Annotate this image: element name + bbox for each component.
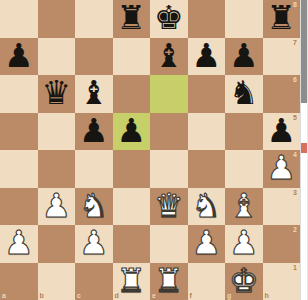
square-g3[interactable]: ♝ xyxy=(225,188,263,226)
square-b2[interactable] xyxy=(38,225,76,263)
piece-white-pawn-a2[interactable]: ♟ xyxy=(4,226,34,259)
piece-black-bishop-e7[interactable]: ♝ xyxy=(154,39,184,72)
square-e6[interactable] xyxy=(150,75,188,113)
square-d1[interactable]: ♜d xyxy=(113,263,151,300)
piece-black-pawn-d5[interactable]: ♟ xyxy=(116,114,146,147)
file-label-f: f xyxy=(190,292,192,299)
square-h3[interactable]: 3 xyxy=(263,188,301,226)
square-c4[interactable] xyxy=(75,150,113,188)
square-f5[interactable] xyxy=(188,113,226,151)
chess-board: ♜♚♜8♟♝♟♟7♛♝♞6♟♟♟5♟4♟♞♛♞♝3♟♟♟♟2abc♜d♜ef♚g… xyxy=(0,0,300,300)
square-e1[interactable]: ♜e xyxy=(150,263,188,300)
square-f8[interactable] xyxy=(188,0,226,38)
square-b6[interactable]: ♛ xyxy=(38,75,76,113)
piece-white-pawn-c2[interactable]: ♟ xyxy=(79,226,109,259)
chess-board-panel: ♜♚♜8♟♝♟♟7♛♝♞6♟♟♟5♟4♟♞♛♞♝3♟♟♟♟2abc♜d♜ef♚g… xyxy=(0,0,308,300)
piece-black-pawn-g7[interactable]: ♟ xyxy=(229,39,259,72)
piece-black-queen-b6[interactable]: ♛ xyxy=(41,76,71,109)
square-b7[interactable] xyxy=(38,38,76,76)
piece-black-pawn-h5[interactable]: ♟ xyxy=(266,114,296,147)
square-h4[interactable]: ♟4 xyxy=(263,150,301,188)
square-g4[interactable] xyxy=(225,150,263,188)
rank-label-5: 5 xyxy=(293,114,297,121)
square-f6[interactable] xyxy=(188,75,226,113)
square-a2[interactable]: ♟ xyxy=(0,225,38,263)
square-e8[interactable]: ♚ xyxy=(150,0,188,38)
scrollbar-red-marker xyxy=(301,143,307,153)
piece-white-pawn-g2[interactable]: ♟ xyxy=(229,226,259,259)
square-a7[interactable]: ♟ xyxy=(0,38,38,76)
square-g6[interactable]: ♞ xyxy=(225,75,263,113)
square-f7[interactable]: ♟ xyxy=(188,38,226,76)
square-g7[interactable]: ♟ xyxy=(225,38,263,76)
square-c3[interactable]: ♞ xyxy=(75,188,113,226)
square-c1[interactable]: c xyxy=(75,263,113,300)
piece-white-rook-e1[interactable]: ♜ xyxy=(154,264,184,297)
square-b4[interactable] xyxy=(38,150,76,188)
piece-black-pawn-f7[interactable]: ♟ xyxy=(191,39,221,72)
square-b1[interactable]: b xyxy=(38,263,76,300)
square-a5[interactable] xyxy=(0,113,38,151)
piece-black-king-e8[interactable]: ♚ xyxy=(154,1,184,34)
piece-white-pawn-b3[interactable]: ♟ xyxy=(41,189,71,222)
rank-label-1: 1 xyxy=(293,264,297,271)
square-c5[interactable]: ♟ xyxy=(75,113,113,151)
square-f1[interactable]: f xyxy=(188,263,226,300)
file-label-h: h xyxy=(265,292,269,299)
square-a1[interactable]: a xyxy=(0,263,38,300)
square-e2[interactable] xyxy=(150,225,188,263)
rank-label-8: 8 xyxy=(293,1,297,8)
square-d8[interactable]: ♜ xyxy=(113,0,151,38)
rank-label-2: 2 xyxy=(293,226,297,233)
square-b3[interactable]: ♟ xyxy=(38,188,76,226)
square-c2[interactable]: ♟ xyxy=(75,225,113,263)
piece-white-pawn-f2[interactable]: ♟ xyxy=(191,226,221,259)
square-h1[interactable]: 1h xyxy=(263,263,301,300)
piece-black-rook-d8[interactable]: ♜ xyxy=(116,1,146,34)
square-h7[interactable]: 7 xyxy=(263,38,301,76)
square-h5[interactable]: ♟5 xyxy=(263,113,301,151)
scrollbar[interactable] xyxy=(300,0,308,300)
square-g2[interactable]: ♟ xyxy=(225,225,263,263)
square-d2[interactable] xyxy=(113,225,151,263)
square-e4[interactable] xyxy=(150,150,188,188)
square-d4[interactable] xyxy=(113,150,151,188)
square-e3[interactable]: ♛ xyxy=(150,188,188,226)
piece-white-bishop-g3[interactable]: ♝ xyxy=(229,189,259,222)
scrollbar-thumb[interactable] xyxy=(301,0,307,103)
square-f4[interactable] xyxy=(188,150,226,188)
square-h6[interactable]: 6 xyxy=(263,75,301,113)
piece-white-pawn-h4[interactable]: ♟ xyxy=(266,151,296,184)
square-g8[interactable] xyxy=(225,0,263,38)
square-c6[interactable]: ♝ xyxy=(75,75,113,113)
piece-black-pawn-c5[interactable]: ♟ xyxy=(79,114,109,147)
piece-white-rook-d1[interactable]: ♜ xyxy=(116,264,146,297)
square-a3[interactable] xyxy=(0,188,38,226)
piece-black-knight-g6[interactable]: ♞ xyxy=(229,76,259,109)
square-h8[interactable]: ♜8 xyxy=(263,0,301,38)
square-b5[interactable] xyxy=(38,113,76,151)
piece-black-pawn-a7[interactable]: ♟ xyxy=(4,39,34,72)
square-d7[interactable] xyxy=(113,38,151,76)
rank-label-3: 3 xyxy=(293,189,297,196)
piece-white-queen-e3[interactable]: ♛ xyxy=(154,189,184,222)
square-d3[interactable] xyxy=(113,188,151,226)
square-d6[interactable] xyxy=(113,75,151,113)
piece-black-bishop-c6[interactable]: ♝ xyxy=(79,76,109,109)
file-label-e: e xyxy=(152,292,156,299)
square-d5[interactable]: ♟ xyxy=(113,113,151,151)
file-label-a: a xyxy=(2,292,6,299)
piece-white-king-g1[interactable]: ♚ xyxy=(229,264,259,297)
square-e5[interactable] xyxy=(150,113,188,151)
square-f3[interactable]: ♞ xyxy=(188,188,226,226)
file-label-g: g xyxy=(227,292,231,299)
file-label-d: d xyxy=(115,292,119,299)
square-h2[interactable]: 2 xyxy=(263,225,301,263)
rank-label-7: 7 xyxy=(293,39,297,46)
square-a8[interactable] xyxy=(0,0,38,38)
square-g5[interactable] xyxy=(225,113,263,151)
square-c8[interactable] xyxy=(75,0,113,38)
square-a6[interactable] xyxy=(0,75,38,113)
rank-label-4: 4 xyxy=(293,151,297,158)
file-label-c: c xyxy=(77,292,81,299)
file-label-b: b xyxy=(40,292,44,299)
square-c7[interactable] xyxy=(75,38,113,76)
square-f2[interactable]: ♟ xyxy=(188,225,226,263)
piece-white-knight-c3[interactable]: ♞ xyxy=(79,189,109,222)
piece-black-rook-h8[interactable]: ♜ xyxy=(266,1,296,34)
piece-white-knight-f3[interactable]: ♞ xyxy=(191,189,221,222)
square-e7[interactable]: ♝ xyxy=(150,38,188,76)
square-a4[interactable] xyxy=(0,150,38,188)
square-g1[interactable]: ♚g xyxy=(225,263,263,300)
square-b8[interactable] xyxy=(38,0,76,38)
rank-label-6: 6 xyxy=(293,76,297,83)
